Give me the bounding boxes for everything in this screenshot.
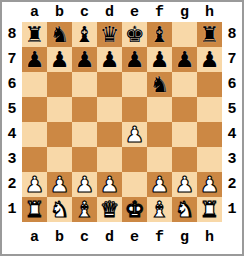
square-b7[interactable]: ♟ xyxy=(47,47,72,72)
square-c5[interactable] xyxy=(72,97,97,122)
black-rook[interactable]: ♜ xyxy=(200,22,220,47)
square-c6[interactable] xyxy=(72,72,97,97)
file-label-top-g: g xyxy=(172,2,197,22)
white-pawn[interactable]: ♟ xyxy=(25,172,45,197)
file-labels-bottom: abcdefgh xyxy=(22,222,222,252)
rank-label-left-1: 1 xyxy=(2,197,22,222)
square-c2[interactable]: ♟ xyxy=(72,172,97,197)
black-pawn[interactable]: ♟ xyxy=(100,47,120,72)
square-a5[interactable] xyxy=(22,97,47,122)
square-e1[interactable]: ♚ xyxy=(122,197,147,222)
square-g2[interactable]: ♟ xyxy=(172,172,197,197)
rank-label-left-2: 2 xyxy=(2,172,22,197)
file-label-bottom-f: f xyxy=(147,222,172,252)
rank-label-right-5: 5 xyxy=(222,97,242,122)
rank-label-left-4: 4 xyxy=(2,122,22,147)
file-labels-top: abcdefgh xyxy=(22,2,222,22)
square-g4[interactable] xyxy=(172,122,197,147)
black-knight[interactable]: ♞ xyxy=(150,72,170,97)
file-label-top-b: b xyxy=(47,2,72,22)
square-e2[interactable] xyxy=(122,172,147,197)
rank-label-right-1: 1 xyxy=(222,197,242,222)
square-e4[interactable]: ♟ xyxy=(122,122,147,147)
square-f8[interactable]: ♝ xyxy=(147,22,172,47)
file-label-bottom-a: a xyxy=(22,222,47,252)
file-label-top-f: f xyxy=(147,2,172,22)
black-pawn[interactable]: ♟ xyxy=(25,47,45,72)
white-pawn[interactable]: ♟ xyxy=(150,172,170,197)
black-pawn[interactable]: ♟ xyxy=(75,47,95,72)
square-b2[interactable]: ♟ xyxy=(47,172,72,197)
black-bishop[interactable]: ♝ xyxy=(75,22,95,47)
white-bishop[interactable]: ♝ xyxy=(150,197,170,222)
rank-label-right-4: 4 xyxy=(222,122,242,147)
square-g8[interactable] xyxy=(172,22,197,47)
black-pawn[interactable]: ♟ xyxy=(150,47,170,72)
white-pawn[interactable]: ♟ xyxy=(200,172,220,197)
square-f2[interactable]: ♟ xyxy=(147,172,172,197)
square-e5[interactable] xyxy=(122,97,147,122)
square-b5[interactable] xyxy=(47,97,72,122)
file-label-bottom-h: h xyxy=(197,222,222,252)
square-e8[interactable]: ♚ xyxy=(122,22,147,47)
square-e6[interactable] xyxy=(122,72,147,97)
square-g3[interactable] xyxy=(172,147,197,172)
black-bishop[interactable]: ♝ xyxy=(150,22,170,47)
square-c8[interactable]: ♝ xyxy=(72,22,97,47)
file-label-bottom-d: d xyxy=(97,222,122,252)
chess-diagram: abcdefgh 87654321 ♜♞♝♛♚♝♜♟♟♟♟♟♟♟♟♞♟♟♟♟♟♟… xyxy=(0,0,244,256)
square-d3[interactable] xyxy=(97,147,122,172)
square-f4[interactable] xyxy=(147,122,172,147)
square-h6[interactable] xyxy=(197,72,222,97)
square-f3[interactable] xyxy=(147,147,172,172)
white-rook[interactable]: ♜ xyxy=(200,197,220,222)
square-e7[interactable]: ♟ xyxy=(122,47,147,72)
square-f7[interactable]: ♟ xyxy=(147,47,172,72)
rank-label-right-3: 3 xyxy=(222,147,242,172)
square-c3[interactable] xyxy=(72,147,97,172)
square-h4[interactable] xyxy=(197,122,222,147)
black-queen[interactable]: ♛ xyxy=(100,22,120,47)
square-d4[interactable] xyxy=(97,122,122,147)
white-pawn[interactable]: ♟ xyxy=(175,172,195,197)
black-rook[interactable]: ♜ xyxy=(25,22,45,47)
square-d1[interactable]: ♛ xyxy=(97,197,122,222)
black-pawn[interactable]: ♟ xyxy=(200,47,220,72)
black-pawn[interactable]: ♟ xyxy=(50,47,70,72)
square-f1[interactable]: ♝ xyxy=(147,197,172,222)
square-a3[interactable] xyxy=(22,147,47,172)
square-f5[interactable] xyxy=(147,97,172,122)
file-label-bottom-e: e xyxy=(122,222,147,252)
file-label-top-e: e xyxy=(122,2,147,22)
black-knight[interactable]: ♞ xyxy=(50,22,70,47)
square-h5[interactable] xyxy=(197,97,222,122)
white-queen[interactable]: ♛ xyxy=(100,197,120,222)
square-d7[interactable]: ♟ xyxy=(97,47,122,72)
chess-board[interactable]: ♜♞♝♛♚♝♜♟♟♟♟♟♟♟♟♞♟♟♟♟♟♟♟♟♜♞♝♛♚♝♞♜ xyxy=(22,22,222,222)
square-d8[interactable]: ♛ xyxy=(97,22,122,47)
square-a4[interactable] xyxy=(22,122,47,147)
white-king[interactable]: ♚ xyxy=(125,197,145,222)
square-g6[interactable] xyxy=(172,72,197,97)
square-d2[interactable]: ♟ xyxy=(97,172,122,197)
square-e3[interactable] xyxy=(122,147,147,172)
file-label-bottom-c: c xyxy=(72,222,97,252)
white-pawn[interactable]: ♟ xyxy=(75,172,95,197)
rank-label-right-2: 2 xyxy=(222,172,242,197)
rank-label-left-8: 8 xyxy=(2,22,22,47)
square-a6[interactable] xyxy=(22,72,47,97)
square-a1[interactable]: ♜ xyxy=(22,197,47,222)
square-b3[interactable] xyxy=(47,147,72,172)
rank-label-right-6: 6 xyxy=(222,72,242,97)
square-a7[interactable]: ♟ xyxy=(22,47,47,72)
black-pawn[interactable]: ♟ xyxy=(125,47,145,72)
square-c7[interactable]: ♟ xyxy=(72,47,97,72)
rank-label-left-7: 7 xyxy=(2,47,22,72)
square-h3[interactable] xyxy=(197,147,222,172)
square-g1[interactable]: ♞ xyxy=(172,197,197,222)
file-label-top-c: c xyxy=(72,2,97,22)
black-pawn[interactable]: ♟ xyxy=(175,47,195,72)
square-d5[interactable] xyxy=(97,97,122,122)
square-b8[interactable]: ♞ xyxy=(47,22,72,47)
rank-label-left-6: 6 xyxy=(2,72,22,97)
white-pawn[interactable]: ♟ xyxy=(100,172,120,197)
rank-label-right-8: 8 xyxy=(222,22,242,47)
rank-label-right-7: 7 xyxy=(222,47,242,72)
square-b6[interactable] xyxy=(47,72,72,97)
black-king[interactable]: ♚ xyxy=(125,22,145,47)
square-d6[interactable] xyxy=(97,72,122,97)
rank-labels-left: 87654321 xyxy=(2,22,22,222)
square-c1[interactable]: ♝ xyxy=(72,197,97,222)
file-label-bottom-g: g xyxy=(172,222,197,252)
square-g5[interactable] xyxy=(172,97,197,122)
square-b4[interactable] xyxy=(47,122,72,147)
square-h2[interactable]: ♟ xyxy=(197,172,222,197)
white-knight[interactable]: ♞ xyxy=(175,197,195,222)
square-f6[interactable]: ♞ xyxy=(147,72,172,97)
white-pawn[interactable]: ♟ xyxy=(125,122,145,147)
square-b1[interactable]: ♞ xyxy=(47,197,72,222)
square-h8[interactable]: ♜ xyxy=(197,22,222,47)
square-c4[interactable] xyxy=(72,122,97,147)
square-g7[interactable]: ♟ xyxy=(172,47,197,72)
white-knight[interactable]: ♞ xyxy=(50,197,70,222)
rank-label-left-3: 3 xyxy=(2,147,22,172)
square-h1[interactable]: ♜ xyxy=(197,197,222,222)
white-bishop[interactable]: ♝ xyxy=(75,197,95,222)
file-label-top-d: d xyxy=(97,2,122,22)
file-label-top-a: a xyxy=(22,2,47,22)
white-pawn[interactable]: ♟ xyxy=(50,172,70,197)
square-a8[interactable]: ♜ xyxy=(22,22,47,47)
white-rook[interactable]: ♜ xyxy=(25,197,45,222)
file-label-top-h: h xyxy=(197,2,222,22)
rank-label-left-5: 5 xyxy=(2,97,22,122)
square-a2[interactable]: ♟ xyxy=(22,172,47,197)
rank-labels-right: 87654321 xyxy=(222,22,242,222)
file-label-bottom-b: b xyxy=(47,222,72,252)
square-h7[interactable]: ♟ xyxy=(197,47,222,72)
